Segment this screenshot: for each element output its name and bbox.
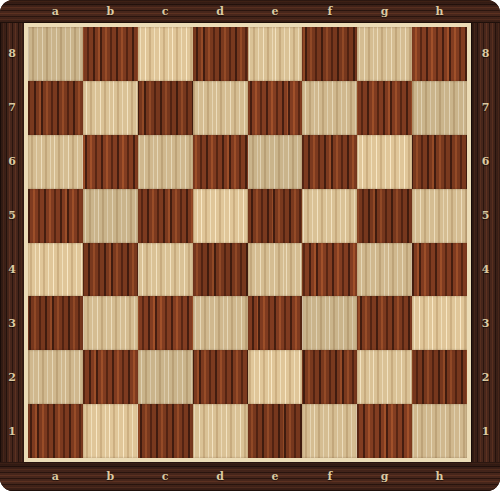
square-h4[interactable]	[412, 243, 467, 297]
square-c2[interactable]	[138, 350, 193, 404]
square-g3[interactable]	[357, 296, 412, 350]
chessboard-photo: abcdefgh abcdefgh 87654321 87654321	[0, 0, 500, 491]
square-b5[interactable]	[83, 189, 138, 243]
file-label-bottom-h: h	[412, 462, 467, 491]
file-label-bottom-g: g	[357, 462, 412, 491]
rank-label-right-8: 8	[471, 27, 500, 81]
rank-labels-right: 87654321	[471, 27, 500, 458]
square-b8[interactable]	[83, 27, 138, 81]
square-h5[interactable]	[412, 189, 467, 243]
square-b1[interactable]	[83, 404, 138, 458]
square-c8[interactable]	[138, 27, 193, 81]
square-a2[interactable]	[28, 350, 83, 404]
rank-label-left-5: 5	[0, 189, 24, 243]
square-a8[interactable]	[28, 27, 83, 81]
square-h3[interactable]	[412, 296, 467, 350]
square-b3[interactable]	[83, 296, 138, 350]
square-b7[interactable]	[83, 81, 138, 135]
rank-label-right-7: 7	[471, 81, 500, 135]
rank-labels-left: 87654321	[0, 27, 24, 458]
square-e6[interactable]	[248, 135, 303, 189]
square-c4[interactable]	[138, 243, 193, 297]
play-area	[24, 23, 471, 462]
square-h2[interactable]	[412, 350, 467, 404]
square-d3[interactable]	[193, 296, 248, 350]
square-a5[interactable]	[28, 189, 83, 243]
square-c7[interactable]	[138, 81, 193, 135]
square-c6[interactable]	[138, 135, 193, 189]
square-f3[interactable]	[302, 296, 357, 350]
square-g2[interactable]	[357, 350, 412, 404]
file-label-top-g: g	[357, 0, 412, 23]
square-c5[interactable]	[138, 189, 193, 243]
square-c3[interactable]	[138, 296, 193, 350]
rank-label-left-7: 7	[0, 81, 24, 135]
square-h6[interactable]	[412, 135, 467, 189]
square-b2[interactable]	[83, 350, 138, 404]
rank-label-left-1: 1	[0, 404, 24, 458]
square-e4[interactable]	[248, 243, 303, 297]
file-labels-bottom: abcdefgh	[28, 462, 467, 491]
rank-label-right-1: 1	[471, 404, 500, 458]
square-f7[interactable]	[302, 81, 357, 135]
square-e7[interactable]	[248, 81, 303, 135]
square-h7[interactable]	[412, 81, 467, 135]
square-f5[interactable]	[302, 189, 357, 243]
square-a3[interactable]	[28, 296, 83, 350]
square-d4[interactable]	[193, 243, 248, 297]
square-f6[interactable]	[302, 135, 357, 189]
file-label-bottom-d: d	[193, 462, 248, 491]
square-f1[interactable]	[302, 404, 357, 458]
square-g6[interactable]	[357, 135, 412, 189]
square-a6[interactable]	[28, 135, 83, 189]
file-label-top-c: c	[138, 0, 193, 23]
square-g4[interactable]	[357, 243, 412, 297]
square-d8[interactable]	[193, 27, 248, 81]
board-squares	[28, 27, 467, 458]
rank-label-left-6: 6	[0, 135, 24, 189]
chess-board: abcdefgh abcdefgh 87654321 87654321	[0, 0, 500, 491]
square-h8[interactable]	[412, 27, 467, 81]
file-label-bottom-a: a	[28, 462, 83, 491]
square-d5[interactable]	[193, 189, 248, 243]
square-b4[interactable]	[83, 243, 138, 297]
file-label-bottom-f: f	[302, 462, 357, 491]
rank-label-left-3: 3	[0, 296, 24, 350]
square-d1[interactable]	[193, 404, 248, 458]
square-b6[interactable]	[83, 135, 138, 189]
rank-label-left-4: 4	[0, 243, 24, 297]
rank-label-left-2: 2	[0, 350, 24, 404]
square-f4[interactable]	[302, 243, 357, 297]
square-c1[interactable]	[138, 404, 193, 458]
square-d7[interactable]	[193, 81, 248, 135]
file-label-top-h: h	[412, 0, 467, 23]
file-label-top-a: a	[28, 0, 83, 23]
file-label-bottom-e: e	[248, 462, 303, 491]
file-label-top-e: e	[248, 0, 303, 23]
square-e8[interactable]	[248, 27, 303, 81]
square-d6[interactable]	[193, 135, 248, 189]
square-e2[interactable]	[248, 350, 303, 404]
square-a1[interactable]	[28, 404, 83, 458]
square-a4[interactable]	[28, 243, 83, 297]
square-g8[interactable]	[357, 27, 412, 81]
rank-label-right-4: 4	[471, 243, 500, 297]
rank-label-right-3: 3	[471, 296, 500, 350]
square-a7[interactable]	[28, 81, 83, 135]
square-g1[interactable]	[357, 404, 412, 458]
rank-label-right-6: 6	[471, 135, 500, 189]
file-label-bottom-b: b	[83, 462, 138, 491]
file-label-top-f: f	[302, 0, 357, 23]
square-e5[interactable]	[248, 189, 303, 243]
rank-label-right-5: 5	[471, 189, 500, 243]
file-label-top-b: b	[83, 0, 138, 23]
square-e1[interactable]	[248, 404, 303, 458]
square-f2[interactable]	[302, 350, 357, 404]
rank-label-right-2: 2	[471, 350, 500, 404]
rank-label-left-8: 8	[0, 27, 24, 81]
file-labels-top: abcdefgh	[28, 0, 467, 23]
square-d2[interactable]	[193, 350, 248, 404]
square-g5[interactable]	[357, 189, 412, 243]
square-f8[interactable]	[302, 27, 357, 81]
square-h1[interactable]	[412, 404, 467, 458]
square-e3[interactable]	[248, 296, 303, 350]
square-g7[interactable]	[357, 81, 412, 135]
file-label-bottom-c: c	[138, 462, 193, 491]
file-label-top-d: d	[193, 0, 248, 23]
